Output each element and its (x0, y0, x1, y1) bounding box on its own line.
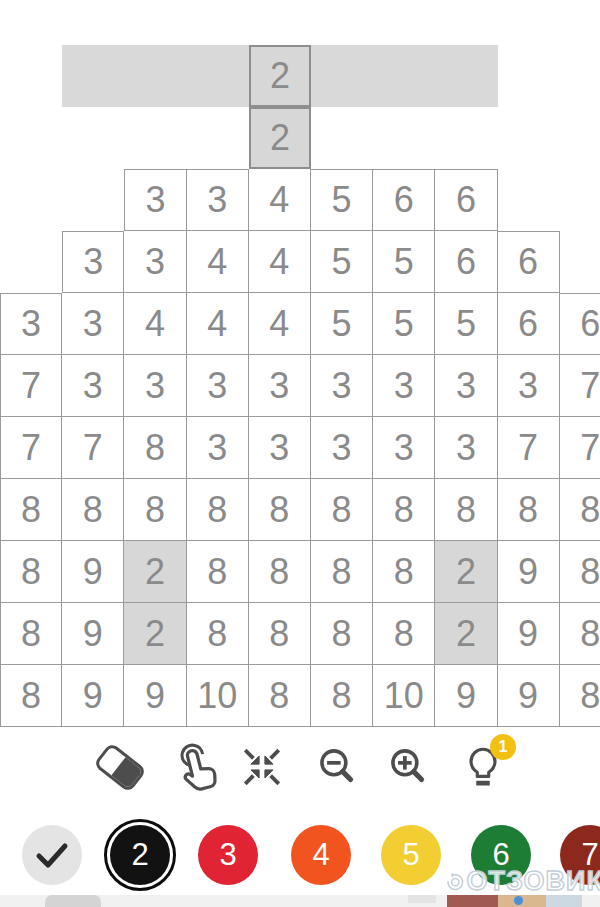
palette-color-7[interactable]: 7 (560, 825, 600, 885)
grid-cell[interactable]: 3 (187, 169, 249, 231)
grid-cell[interactable]: 3 (62, 293, 124, 355)
toolbar: 1 (0, 738, 600, 802)
recenter-button[interactable] (235, 738, 289, 796)
grid-cell[interactable]: 6 (435, 231, 497, 293)
grid-cell[interactable]: 5 (373, 293, 435, 355)
grid-cell[interactable]: 3 (124, 231, 186, 293)
grid-cell[interactable]: 8 (560, 541, 600, 603)
grid-cell[interactable]: 3 (311, 355, 373, 417)
grid-cell[interactable]: 9 (498, 665, 560, 727)
grid-cell[interactable]: 4 (187, 231, 249, 293)
grid-cell[interactable]: 2 (249, 45, 311, 107)
grid-cell[interactable]: 8 (0, 665, 62, 727)
tap-mode-button[interactable] (166, 738, 220, 796)
grid-cell[interactable]: 3 (435, 417, 497, 479)
grid-cell[interactable]: 2 (124, 541, 186, 603)
grid-cell[interactable]: 8 (560, 603, 600, 665)
strip-blue (546, 895, 582, 907)
grid-cell[interactable]: 4 (249, 293, 311, 355)
grid-cell[interactable]: 8 (311, 665, 373, 727)
grid-cell[interactable]: 8 (187, 603, 249, 665)
grid-cell[interactable]: 6 (498, 231, 560, 293)
grid-empty (560, 169, 600, 231)
number-grid: 3345663344556633444555667333333337778333… (0, 169, 600, 727)
app-screen: 3345663344556633444555667333333337778333… (0, 0, 600, 907)
grid-cell[interactable]: 8 (249, 603, 311, 665)
grid-cell[interactable]: 7 (0, 355, 62, 417)
check-icon (22, 825, 82, 885)
palette-check-button[interactable] (22, 825, 82, 885)
grid-cell[interactable]: 8 (62, 479, 124, 541)
grid-cell[interactable]: 8 (249, 665, 311, 727)
eraser-icon (93, 741, 147, 792)
grid-cell[interactable]: 3 (124, 355, 186, 417)
zoom-out-button[interactable] (310, 738, 364, 796)
palette-color-3[interactable]: 3 (198, 825, 258, 885)
grid-cell[interactable]: 7 (0, 417, 62, 479)
strip-photo-right (498, 895, 546, 907)
grid-cell[interactable]: 9 (62, 665, 124, 727)
grid-cell[interactable]: 4 (124, 293, 186, 355)
strip-smudge (408, 895, 436, 903)
hint-count-badge: 1 (490, 734, 516, 760)
grid-cell[interactable]: 3 (498, 355, 560, 417)
grid-cell[interactable]: 4 (187, 293, 249, 355)
grid-cell[interactable]: 3 (187, 355, 249, 417)
grid-cell[interactable]: 3 (0, 293, 62, 355)
grid-cell[interactable]: 7 (560, 417, 600, 479)
grid-cell[interactable]: 3 (62, 355, 124, 417)
grid-cell[interactable]: 9 (498, 603, 560, 665)
magnifier-minus-icon (312, 742, 362, 792)
palette-color-2[interactable]: 2 (110, 825, 170, 885)
grid-cell[interactable]: 7 (560, 355, 600, 417)
grid-cell[interactable]: 10 (373, 665, 435, 727)
grid-cell[interactable]: 8 (0, 541, 62, 603)
grid-empty (0, 231, 62, 293)
grid-cell[interactable]: 3 (373, 417, 435, 479)
grid-cell[interactable]: 6 (498, 293, 560, 355)
grid-cell[interactable]: 8 (124, 479, 186, 541)
grid-cell[interactable]: 8 (249, 541, 311, 603)
grid-cell[interactable]: 7 (62, 417, 124, 479)
grid-cell[interactable]: 2 (435, 603, 497, 665)
palette-color-4[interactable]: 4 (291, 825, 351, 885)
grid-cell[interactable]: 8 (435, 479, 497, 541)
grid-cell[interactable]: 3 (187, 417, 249, 479)
magnifier-plus-icon (383, 742, 433, 792)
grid-cell[interactable]: 9 (62, 603, 124, 665)
palette-color-6[interactable]: 6 (471, 825, 531, 885)
grid-cell[interactable]: 3 (62, 231, 124, 293)
grid-cell[interactable]: 8 (373, 541, 435, 603)
grid-cell[interactable]: 9 (435, 665, 497, 727)
grid-cell[interactable]: 5 (373, 231, 435, 293)
grid-cell[interactable]: 8 (124, 417, 186, 479)
grid-cell[interactable]: 2 (435, 541, 497, 603)
grid-cell[interactable]: 8 (311, 603, 373, 665)
grid-cell[interactable]: 8 (373, 479, 435, 541)
grid-cell[interactable]: 2 (249, 107, 311, 169)
grid-cell[interactable]: 10 (187, 665, 249, 727)
grid-cell[interactable]: 8 (0, 479, 62, 541)
strip-pill (45, 895, 101, 907)
grid-cell[interactable]: 5 (311, 169, 373, 231)
grid-cell[interactable]: 8 (187, 479, 249, 541)
grid-cell[interactable]: 3 (435, 355, 497, 417)
grid-cell[interactable]: 3 (311, 417, 373, 479)
grid-cell[interactable]: 8 (249, 479, 311, 541)
grid-cell[interactable]: 4 (249, 231, 311, 293)
grid-cell[interactable]: 5 (435, 293, 497, 355)
grid-cell[interactable]: 8 (311, 541, 373, 603)
grid-cell[interactable]: 3 (373, 355, 435, 417)
grid-empty (560, 231, 600, 293)
grid-cell[interactable]: 8 (311, 479, 373, 541)
grid-cell[interactable]: 2 (124, 603, 186, 665)
grid-cell[interactable]: 9 (62, 541, 124, 603)
grid-cell[interactable]: 5 (311, 293, 373, 355)
grid-cell[interactable]: 9 (124, 665, 186, 727)
grid-empty (62, 169, 124, 231)
grid-cell[interactable]: 6 (560, 293, 600, 355)
tap-finger-icon (161, 735, 224, 798)
grid-cell[interactable]: 3 (124, 169, 186, 231)
hint-button[interactable]: 1 (456, 738, 510, 796)
grid-cell[interactable]: 3 (249, 417, 311, 479)
grid-cell[interactable]: 4 (249, 169, 311, 231)
grid-cell[interactable]: 6 (373, 169, 435, 231)
grid-cell[interactable]: 9 (498, 541, 560, 603)
bottom-page-strip (0, 895, 600, 907)
grid-cell[interactable]: 7 (498, 417, 560, 479)
zoom-in-button[interactable] (381, 738, 435, 796)
grid-cell[interactable]: 6 (435, 169, 497, 231)
grid-empty (498, 169, 560, 231)
grid-cell[interactable]: 3 (249, 355, 311, 417)
collapse-arrows-icon (239, 744, 285, 790)
eraser-button[interactable] (93, 738, 147, 796)
grid-cell[interactable]: 8 (373, 603, 435, 665)
grid-cell[interactable]: 8 (0, 603, 62, 665)
grid-cell[interactable]: 5 (311, 231, 373, 293)
palette-color-5[interactable]: 5 (381, 825, 441, 885)
strip-photo-left (447, 895, 498, 907)
grid-cell[interactable]: 8 (560, 479, 600, 541)
puzzle-board: 3345663344556633444555667333333337778333… (0, 0, 600, 730)
grid-cell[interactable]: 8 (560, 665, 600, 727)
grid-cell[interactable]: 8 (498, 479, 560, 541)
grid-cell[interactable]: 8 (187, 541, 249, 603)
grid-empty (0, 169, 62, 231)
